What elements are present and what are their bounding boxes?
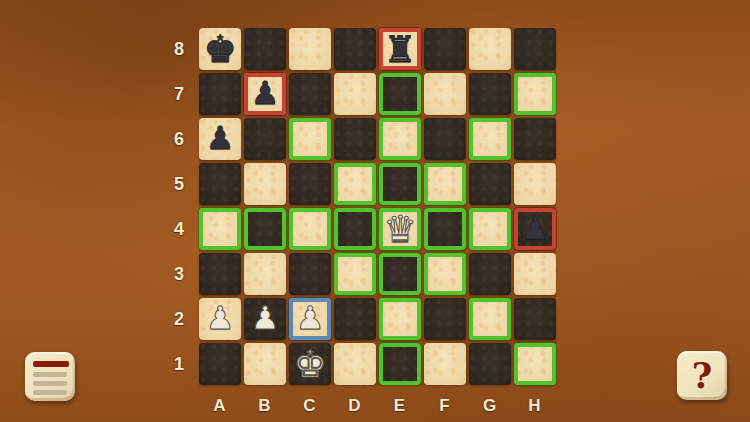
square-e6[interactable] [379,118,421,160]
square-g1[interactable] [469,343,511,385]
square-d4[interactable] [334,208,376,250]
square-a8[interactable]: ♚ [199,28,241,70]
square-f3[interactable] [424,253,466,295]
square-f7[interactable] [424,73,466,115]
square-d8[interactable] [334,28,376,70]
square-f2[interactable] [424,298,466,340]
file-label-f: F [424,396,466,416]
file-label-a: A [199,396,241,416]
rank-label-1: 1 [168,354,190,375]
file-label-c: C [289,396,331,416]
square-e4[interactable]: ♛ [379,208,421,250]
square-b5[interactable] [244,163,286,205]
chess-board: ♚♜♟♟♛♟♟♟♟♚ [199,28,556,385]
square-h6[interactable] [514,118,556,160]
black-king-piece: ♚ [203,31,236,68]
square-h5[interactable] [514,163,556,205]
square-f6[interactable] [424,118,466,160]
square-h8[interactable] [514,28,556,70]
square-e5[interactable] [379,163,421,205]
black-rook-piece: ♜ [383,31,416,68]
square-b1[interactable] [244,343,286,385]
square-g3[interactable] [469,253,511,295]
square-e7[interactable] [379,73,421,115]
square-d5[interactable] [334,163,376,205]
square-g8[interactable] [469,28,511,70]
square-h4[interactable]: ♟ [514,208,556,250]
square-d1[interactable] [334,343,376,385]
rank-label-4: 4 [168,219,190,240]
square-a7[interactable] [199,73,241,115]
square-e1[interactable] [379,343,421,385]
square-g4[interactable] [469,208,511,250]
file-labels: ABCDEFGH [199,396,556,416]
square-e8[interactable]: ♜ [379,28,421,70]
square-e3[interactable] [379,253,421,295]
black-pawn-piece: ♟ [206,122,235,154]
square-a3[interactable] [199,253,241,295]
square-c4[interactable] [289,208,331,250]
black-pawn-piece: ♟ [251,77,280,109]
rank-label-6: 6 [168,129,190,150]
rank-label-8: 8 [168,39,190,60]
file-label-e: E [379,396,421,416]
square-e2[interactable] [379,298,421,340]
white-pawn-piece: ♟ [296,302,325,334]
square-d3[interactable] [334,253,376,295]
square-a1[interactable] [199,343,241,385]
file-label-d: D [334,396,376,416]
rank-label-2: 2 [168,309,190,330]
black-pawn-piece: ♟ [521,212,550,244]
square-c5[interactable] [289,163,331,205]
square-f4[interactable] [424,208,466,250]
menu-button[interactable] [25,352,75,401]
square-f8[interactable] [424,28,466,70]
white-king-piece: ♚ [293,346,326,383]
rank-label-7: 7 [168,84,190,105]
square-d7[interactable] [334,73,376,115]
question-mark-icon: ? [692,358,713,393]
rank-label-5: 5 [168,174,190,195]
square-g5[interactable] [469,163,511,205]
square-b2[interactable]: ♟ [244,298,286,340]
square-a6[interactable]: ♟ [199,118,241,160]
square-a4[interactable] [199,208,241,250]
square-g7[interactable] [469,73,511,115]
square-b8[interactable] [244,28,286,70]
file-label-g: G [469,396,511,416]
square-b4[interactable] [244,208,286,250]
file-label-h: H [514,396,556,416]
square-h1[interactable] [514,343,556,385]
white-pawn-piece: ♟ [251,302,280,334]
square-g2[interactable] [469,298,511,340]
square-f1[interactable] [424,343,466,385]
square-f5[interactable] [424,163,466,205]
white-pawn-piece: ♟ [206,302,235,334]
square-b3[interactable] [244,253,286,295]
square-d2[interactable] [334,298,376,340]
square-g6[interactable] [469,118,511,160]
square-c7[interactable] [289,73,331,115]
square-a2[interactable]: ♟ [199,298,241,340]
square-h7[interactable] [514,73,556,115]
help-button[interactable]: ? [677,351,727,400]
square-h3[interactable] [514,253,556,295]
square-b7[interactable]: ♟ [244,73,286,115]
square-c3[interactable] [289,253,331,295]
square-a5[interactable] [199,163,241,205]
square-c6[interactable] [289,118,331,160]
square-c2[interactable]: ♟ [289,298,331,340]
white-queen-piece: ♛ [383,211,416,248]
square-c1[interactable]: ♚ [289,343,331,385]
square-h2[interactable] [514,298,556,340]
file-label-b: B [244,396,286,416]
square-d6[interactable] [334,118,376,160]
rank-label-3: 3 [168,264,190,285]
square-c8[interactable] [289,28,331,70]
square-b6[interactable] [244,118,286,160]
